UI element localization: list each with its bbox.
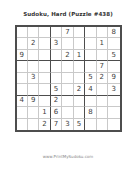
footer-url: www.PrintMySudoku.com: [0, 154, 136, 159]
sudoku-cell: [39, 73, 50, 84]
sudoku-cell: [97, 107, 108, 118]
sudoku-cell: 2: [39, 119, 50, 130]
sudoku-cell: [62, 38, 73, 49]
sudoku-cell: [17, 38, 28, 49]
sudoku-cell: [108, 96, 119, 107]
sudoku-cell: [97, 119, 108, 130]
sudoku-cell: 5: [108, 50, 119, 61]
sudoku-cell: [74, 38, 85, 49]
sudoku-cell: 1: [74, 50, 85, 61]
sudoku-cell: 3: [51, 38, 62, 49]
sudoku-cell: [28, 50, 39, 61]
sudoku-cell: 7: [97, 61, 108, 72]
sudoku-cell: [39, 50, 50, 61]
sudoku-cell: 5: [74, 119, 85, 130]
sudoku-cell: 6: [51, 107, 62, 118]
sudoku-cell: [17, 73, 28, 84]
sudoku-cell: [85, 50, 96, 61]
sudoku-cell: 8: [85, 107, 96, 118]
sudoku-cell: [28, 107, 39, 118]
sudoku-cell: 3: [62, 119, 73, 130]
sudoku-cell: [85, 61, 96, 72]
sudoku-cell: [62, 96, 73, 107]
sudoku-cell: [28, 119, 39, 130]
sudoku-cell: [74, 27, 85, 38]
sudoku-cell: [97, 27, 108, 38]
sudoku-cell: [39, 27, 50, 38]
sudoku-cell: [28, 27, 39, 38]
sudoku-cell: [97, 50, 108, 61]
sudoku-cell: [39, 84, 50, 95]
sudoku-cell: [62, 73, 73, 84]
sudoku-cell: 2: [28, 38, 39, 49]
sudoku-cell: 2: [51, 96, 62, 107]
sudoku-cell: [39, 61, 50, 72]
sudoku-cell: [108, 38, 119, 49]
sudoku-cell: [17, 107, 28, 118]
sudoku-cell: [51, 27, 62, 38]
sudoku-cell: 9: [28, 96, 39, 107]
sudoku-cell: 7: [51, 119, 62, 130]
sudoku-cell: 2: [74, 84, 85, 95]
sudoku-cell: [74, 73, 85, 84]
sudoku-cell: [17, 119, 28, 130]
sudoku-cell: [85, 27, 96, 38]
page-title: Sudoku, Hard (Puzzle #438): [0, 0, 136, 17]
sudoku-cell: 2: [62, 50, 73, 61]
sudoku-cell: [39, 38, 50, 49]
sudoku-cell: [85, 119, 96, 130]
sudoku-cell: 8: [108, 27, 119, 38]
sudoku-cell: 4: [17, 96, 28, 107]
sudoku-cell: [74, 96, 85, 107]
sudoku-cell: 9: [108, 73, 119, 84]
sudoku-cell: [17, 27, 28, 38]
sudoku-cell: [74, 61, 85, 72]
sudoku-cell: [85, 38, 96, 49]
sudoku-cell: 5: [51, 84, 62, 95]
sudoku-cell: [17, 84, 28, 95]
sudoku-cell: 3: [28, 73, 39, 84]
sudoku-cell: [28, 61, 39, 72]
sudoku-cell: 5: [85, 73, 96, 84]
sudoku-cell: [108, 107, 119, 118]
sudoku-cell: [97, 96, 108, 107]
sudoku-cell: 2: [97, 73, 108, 84]
sudoku-board: 7823192157352952434921682735: [15, 25, 122, 132]
sudoku-cell: [39, 96, 50, 107]
sudoku-cell: [97, 84, 108, 95]
sudoku-cell: [62, 61, 73, 72]
sudoku-cell: [28, 84, 39, 95]
sudoku-cell: 4: [85, 84, 96, 95]
sudoku-cell: [51, 73, 62, 84]
sudoku-cell: 7: [62, 27, 73, 38]
sudoku-page: Sudoku, Hard (Puzzle #438) 7823192157352…: [0, 0, 136, 176]
sudoku-cell: 3: [108, 84, 119, 95]
sudoku-cell: [108, 119, 119, 130]
sudoku-cell: [85, 96, 96, 107]
sudoku-cell: [17, 61, 28, 72]
sudoku-cell: [62, 107, 73, 118]
sudoku-cell: [51, 50, 62, 61]
sudoku-cell: [74, 107, 85, 118]
sudoku-cell: 1: [97, 38, 108, 49]
sudoku-cell: 9: [17, 50, 28, 61]
sudoku-cell: [108, 61, 119, 72]
sudoku-cell: 1: [39, 107, 50, 118]
sudoku-cell: [62, 84, 73, 95]
sudoku-cell: [51, 61, 62, 72]
